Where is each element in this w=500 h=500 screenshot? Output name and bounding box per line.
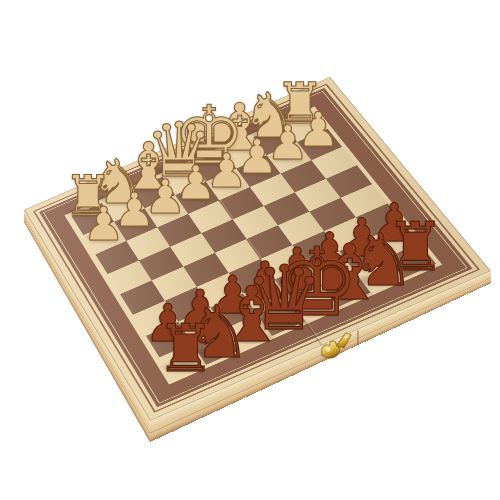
chess-set-photo: ♜♞♝♛♚♝♞♜♟♟♟♟♟♟♟♟♟♟♟♟♟♟♟♟♜♞♝♛♚♝♞♜ [0,0,500,500]
chess-board [24,77,491,421]
